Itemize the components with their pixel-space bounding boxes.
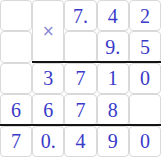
cell-r1-c1 xyxy=(0,0,32,31)
cell-r5-c3-product-digit: 4 xyxy=(64,126,96,157)
cell-r3-c5-partial1-digit: 0 xyxy=(129,63,161,94)
cell-r2-c4-multiplier-digit: 9. xyxy=(97,31,129,62)
cell-r3-c4-partial1-digit: 1 xyxy=(97,63,129,94)
rule-line-under-partial-products xyxy=(0,124,161,126)
cell-r3-c2-partial1-digit: 3 xyxy=(32,63,64,94)
cell-r5-c4-product-digit: 9 xyxy=(97,126,129,157)
cell-r2-c3 xyxy=(64,31,96,62)
cell-r3-c3-partial1-digit: 7 xyxy=(64,63,96,94)
cell-r4-c4-partial2-digit: 8 xyxy=(97,94,129,125)
cell-r1-c3-multiplicand-digit: 7. xyxy=(64,0,96,31)
cell-r2-c1 xyxy=(0,31,32,62)
rule-line-under-multiplier xyxy=(32,61,161,63)
multiply-operator-icon: × xyxy=(32,0,64,63)
squared-grid: × 7. 4 2 9. 5 3 7 1 0 6 6 7 8 7 0. 4 9 0 xyxy=(0,0,161,157)
cell-r4-c1-partial2-digit: 6 xyxy=(0,94,32,125)
cell-r4-c2-partial2-digit: 6 xyxy=(32,94,64,125)
cell-r5-c2-product-digit: 0. xyxy=(32,126,64,157)
cell-r4-c3-partial2-digit: 7 xyxy=(64,94,96,125)
cell-r4-c5 xyxy=(129,94,161,125)
cell-r5-c1-product-digit: 7 xyxy=(0,126,32,157)
cell-r1-c4-multiplicand-digit: 4 xyxy=(97,0,129,31)
cell-r1-c5-multiplicand-digit: 2 xyxy=(129,0,161,31)
cell-r5-c5-product-digit: 0 xyxy=(129,126,161,157)
cell-r3-c1 xyxy=(0,63,32,94)
cell-r2-c5-multiplier-digit: 5 xyxy=(129,31,161,62)
multiplication-worksheet: × 7. 4 2 9. 5 3 7 1 0 6 6 7 8 7 0. 4 9 0 xyxy=(0,0,161,157)
